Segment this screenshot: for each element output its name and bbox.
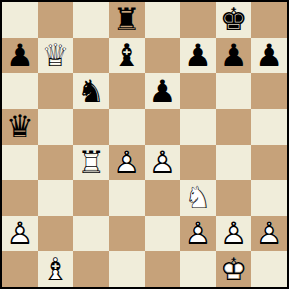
square-d4[interactable]: ♟♙ xyxy=(109,145,145,181)
square-d1[interactable] xyxy=(109,251,145,287)
square-d5[interactable] xyxy=(109,109,145,145)
square-e2[interactable] xyxy=(145,216,181,252)
square-e5[interactable] xyxy=(145,109,181,145)
square-d2[interactable] xyxy=(109,216,145,252)
white-pawn-icon: ♟♙ xyxy=(113,147,141,178)
square-h6[interactable] xyxy=(251,73,287,109)
square-b8[interactable] xyxy=(38,2,74,38)
square-c3[interactable] xyxy=(73,180,109,216)
square-g2[interactable]: ♟♙ xyxy=(216,216,252,252)
white-king-icon: ♚♔ xyxy=(220,254,248,285)
white-piece-outline: ♗ xyxy=(42,254,70,285)
black-piece-fill: ♟ xyxy=(255,40,283,71)
white-piece-outline: ♙ xyxy=(113,147,141,178)
white-bishop-icon: ♝♗ xyxy=(42,254,70,285)
black-piece-fill: ♞ xyxy=(77,76,105,107)
black-piece-fill: ♟ xyxy=(220,40,248,71)
square-b2[interactable] xyxy=(38,216,74,252)
square-b7[interactable]: ♛♕ xyxy=(38,38,74,74)
square-f2[interactable]: ♟♙ xyxy=(180,216,216,252)
black-piece-fill: ♟ xyxy=(6,40,34,71)
black-piece-fill: ♟ xyxy=(184,40,212,71)
square-h2[interactable]: ♟♙ xyxy=(251,216,287,252)
square-e4[interactable]: ♟♙ xyxy=(145,145,181,181)
white-piece-outline: ♙ xyxy=(184,218,212,249)
white-pawn-icon: ♟♙ xyxy=(255,218,283,249)
square-g5[interactable] xyxy=(216,109,252,145)
black-piece-fill: ♟ xyxy=(148,76,176,107)
square-c6[interactable]: ♞ xyxy=(73,73,109,109)
square-c7[interactable] xyxy=(73,38,109,74)
square-d7[interactable]: ♝ xyxy=(109,38,145,74)
square-b1[interactable]: ♝♗ xyxy=(38,251,74,287)
black-pawn-icon: ♟ xyxy=(184,40,212,71)
black-knight-icon: ♞ xyxy=(77,76,105,107)
square-a7[interactable]: ♟ xyxy=(2,38,38,74)
white-queen-icon: ♛♕ xyxy=(42,40,70,71)
white-piece-outline: ♙ xyxy=(255,218,283,249)
black-bishop-icon: ♝ xyxy=(113,40,141,71)
square-a2[interactable]: ♟♙ xyxy=(2,216,38,252)
square-d3[interactable] xyxy=(109,180,145,216)
white-piece-outline: ♙ xyxy=(220,218,248,249)
square-h8[interactable] xyxy=(251,2,287,38)
black-piece-fill: ♛ xyxy=(6,111,34,142)
square-a5[interactable]: ♛ xyxy=(2,109,38,145)
square-b5[interactable] xyxy=(38,109,74,145)
white-pawn-icon: ♟♙ xyxy=(6,218,34,249)
black-rook-icon: ♜ xyxy=(113,4,141,35)
square-d6[interactable] xyxy=(109,73,145,109)
square-b4[interactable] xyxy=(38,145,74,181)
white-piece-outline: ♕ xyxy=(42,40,70,71)
square-a4[interactable] xyxy=(2,145,38,181)
square-e6[interactable]: ♟ xyxy=(145,73,181,109)
square-e3[interactable] xyxy=(145,180,181,216)
square-f7[interactable]: ♟ xyxy=(180,38,216,74)
square-e8[interactable] xyxy=(145,2,181,38)
white-pawn-icon: ♟♙ xyxy=(184,218,212,249)
white-piece-outline: ♔ xyxy=(220,254,248,285)
square-a3[interactable] xyxy=(2,180,38,216)
square-g4[interactable] xyxy=(216,145,252,181)
square-c1[interactable] xyxy=(73,251,109,287)
white-piece-outline: ♙ xyxy=(6,218,34,249)
square-c5[interactable] xyxy=(73,109,109,145)
square-g3[interactable] xyxy=(216,180,252,216)
white-piece-outline: ♙ xyxy=(148,147,176,178)
white-knight-icon: ♞♘ xyxy=(184,182,212,213)
square-g8[interactable]: ♚ xyxy=(216,2,252,38)
square-c4[interactable]: ♜♖ xyxy=(73,145,109,181)
square-h3[interactable] xyxy=(251,180,287,216)
square-c8[interactable] xyxy=(73,2,109,38)
square-f1[interactable] xyxy=(180,251,216,287)
white-rook-icon: ♜♖ xyxy=(77,147,105,178)
square-b3[interactable] xyxy=(38,180,74,216)
black-pawn-icon: ♟ xyxy=(6,40,34,71)
square-g7[interactable]: ♟ xyxy=(216,38,252,74)
square-f6[interactable] xyxy=(180,73,216,109)
square-e7[interactable] xyxy=(145,38,181,74)
white-piece-outline: ♖ xyxy=(77,147,105,178)
square-g6[interactable] xyxy=(216,73,252,109)
square-h5[interactable] xyxy=(251,109,287,145)
black-queen-icon: ♛ xyxy=(6,111,34,142)
black-king-icon: ♚ xyxy=(220,4,248,35)
black-pawn-icon: ♟ xyxy=(255,40,283,71)
chessboard: ♜♚♟♛♕♝♟♟♟♞♟♛♜♖♟♙♟♙♞♘♟♙♟♙♟♙♟♙♝♗♚♔ xyxy=(0,0,289,289)
square-a8[interactable] xyxy=(2,2,38,38)
square-a1[interactable] xyxy=(2,251,38,287)
square-f3[interactable]: ♞♘ xyxy=(180,180,216,216)
square-h1[interactable] xyxy=(251,251,287,287)
square-f5[interactable] xyxy=(180,109,216,145)
square-b6[interactable] xyxy=(38,73,74,109)
square-f4[interactable] xyxy=(180,145,216,181)
white-piece-outline: ♘ xyxy=(184,182,212,213)
square-h7[interactable]: ♟ xyxy=(251,38,287,74)
square-g1[interactable]: ♚♔ xyxy=(216,251,252,287)
black-pawn-icon: ♟ xyxy=(148,76,176,107)
square-c2[interactable] xyxy=(73,216,109,252)
black-piece-fill: ♝ xyxy=(113,40,141,71)
square-a6[interactable] xyxy=(2,73,38,109)
square-e1[interactable] xyxy=(145,251,181,287)
square-h4[interactable] xyxy=(251,145,287,181)
white-pawn-icon: ♟♙ xyxy=(148,147,176,178)
black-piece-fill: ♚ xyxy=(220,4,248,35)
black-piece-fill: ♜ xyxy=(113,4,141,35)
black-pawn-icon: ♟ xyxy=(220,40,248,71)
square-f8[interactable] xyxy=(180,2,216,38)
square-d8[interactable]: ♜ xyxy=(109,2,145,38)
white-pawn-icon: ♟♙ xyxy=(220,218,248,249)
